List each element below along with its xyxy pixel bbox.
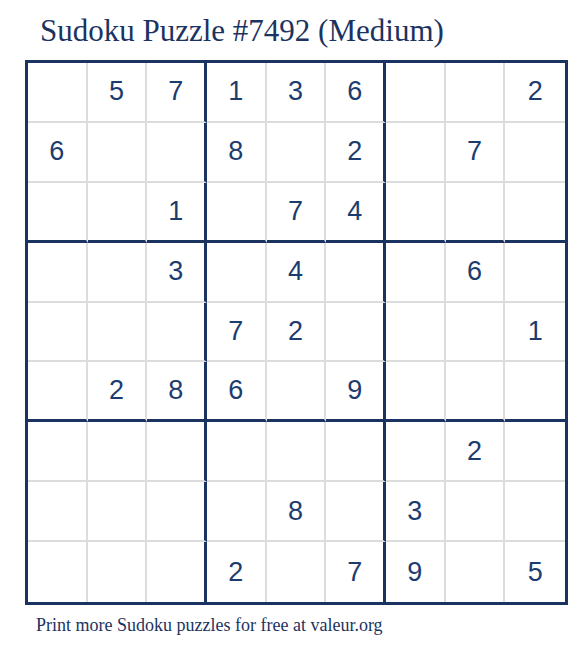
cell-r2c3[interactable] (147, 123, 207, 183)
cell-r6c6[interactable]: 9 (326, 362, 386, 422)
given-digit: 3 (168, 256, 183, 287)
given-digit: 4 (347, 196, 362, 227)
given-digit: 6 (347, 76, 362, 107)
cell-r8c5[interactable]: 8 (267, 482, 327, 542)
given-digit: 7 (347, 557, 362, 588)
sudoku-grid: 571362682717434672128692832795 (25, 60, 568, 605)
cell-r9c9[interactable]: 5 (505, 542, 565, 602)
cell-r5c3[interactable] (147, 303, 207, 363)
cell-r3c4[interactable] (207, 183, 267, 243)
given-digit: 8 (168, 375, 183, 406)
cell-r2c2[interactable] (88, 123, 148, 183)
cell-r8c8[interactable] (446, 482, 506, 542)
cell-r8c6[interactable] (326, 482, 386, 542)
cell-r5c5[interactable]: 2 (267, 303, 327, 363)
cell-r6c7[interactable] (386, 362, 446, 422)
given-digit: 6 (467, 256, 482, 287)
cell-r7c4[interactable] (207, 422, 267, 482)
given-digit: 1 (228, 76, 243, 107)
cell-r4c5[interactable]: 4 (267, 243, 327, 303)
cell-r7c1[interactable] (28, 422, 88, 482)
cell-r2c5[interactable] (267, 123, 327, 183)
cell-r6c9[interactable] (505, 362, 565, 422)
given-digit: 5 (109, 76, 124, 107)
cell-r7c5[interactable] (267, 422, 327, 482)
cell-r9c8[interactable] (446, 542, 506, 602)
given-digit: 2 (347, 136, 362, 167)
cell-r3c9[interactable] (505, 183, 565, 243)
cell-r8c1[interactable] (28, 482, 88, 542)
given-digit: 1 (168, 196, 183, 227)
page-title: Sudoku Puzzle #7492 (Medium) (40, 12, 444, 50)
cell-r8c4[interactable] (207, 482, 267, 542)
cell-r4c4[interactable] (207, 243, 267, 303)
cell-r6c4[interactable]: 6 (207, 362, 267, 422)
given-digit: 6 (49, 136, 64, 167)
cell-r1c1[interactable] (28, 63, 88, 123)
given-digit: 6 (228, 375, 243, 406)
cell-r1c8[interactable] (446, 63, 506, 123)
given-digit: 8 (228, 136, 243, 167)
given-digit: 2 (467, 436, 482, 467)
cell-r1c3[interactable]: 7 (147, 63, 207, 123)
cell-r5c9[interactable]: 1 (505, 303, 565, 363)
cell-r4c3[interactable]: 3 (147, 243, 207, 303)
cell-r5c8[interactable] (446, 303, 506, 363)
cell-r2c8[interactable]: 7 (446, 123, 506, 183)
cell-r2c1[interactable]: 6 (28, 123, 88, 183)
cell-r9c6[interactable]: 7 (326, 542, 386, 602)
given-digit: 2 (528, 76, 543, 107)
cell-r2c4[interactable]: 8 (207, 123, 267, 183)
cell-r1c4[interactable]: 1 (207, 63, 267, 123)
cell-r8c7[interactable]: 3 (386, 482, 446, 542)
cell-r3c8[interactable] (446, 183, 506, 243)
given-digit: 4 (288, 256, 303, 287)
given-digit: 1 (528, 316, 543, 347)
cell-r4c7[interactable] (386, 243, 446, 303)
cell-r9c3[interactable] (147, 542, 207, 602)
cell-r8c3[interactable] (147, 482, 207, 542)
cell-r3c6[interactable]: 4 (326, 183, 386, 243)
given-digit: 2 (109, 375, 124, 406)
cell-r5c1[interactable] (28, 303, 88, 363)
cell-r3c3[interactable]: 1 (147, 183, 207, 243)
cell-r4c9[interactable] (505, 243, 565, 303)
cell-r1c9[interactable]: 2 (505, 63, 565, 123)
given-digit: 7 (288, 196, 303, 227)
cell-r7c2[interactable] (88, 422, 148, 482)
cell-r5c4[interactable]: 7 (207, 303, 267, 363)
cell-r4c2[interactable] (88, 243, 148, 303)
cell-r9c1[interactable] (28, 542, 88, 602)
given-digit: 7 (467, 136, 482, 167)
cell-r6c5[interactable] (267, 362, 327, 422)
cell-r6c3[interactable]: 8 (147, 362, 207, 422)
cell-r8c9[interactable] (505, 482, 565, 542)
cell-r2c9[interactable] (505, 123, 565, 183)
cell-r7c8[interactable]: 2 (446, 422, 506, 482)
given-digit: 3 (288, 76, 303, 107)
cell-r7c3[interactable] (147, 422, 207, 482)
cell-r7c7[interactable] (386, 422, 446, 482)
cell-r9c4[interactable]: 2 (207, 542, 267, 602)
footer-text: Print more Sudoku puzzles for free at va… (36, 613, 383, 637)
cell-r1c2[interactable]: 5 (88, 63, 148, 123)
cell-r7c6[interactable] (326, 422, 386, 482)
cell-r7c9[interactable] (505, 422, 565, 482)
given-digit: 2 (288, 316, 303, 347)
given-digit: 5 (528, 557, 543, 588)
given-digit: 9 (347, 375, 362, 406)
cell-r5c2[interactable] (88, 303, 148, 363)
cell-r9c2[interactable] (88, 542, 148, 602)
cell-r4c8[interactable]: 6 (446, 243, 506, 303)
cell-r1c6[interactable]: 6 (326, 63, 386, 123)
given-digit: 7 (168, 76, 183, 107)
given-digit: 8 (288, 496, 303, 527)
cell-r1c7[interactable] (386, 63, 446, 123)
cell-r2c7[interactable] (386, 123, 446, 183)
cell-r3c1[interactable] (28, 183, 88, 243)
cell-r4c6[interactable] (326, 243, 386, 303)
cell-r5c6[interactable] (326, 303, 386, 363)
given-digit: 2 (228, 557, 243, 588)
cell-r2c6[interactable]: 2 (326, 123, 386, 183)
cell-r5c7[interactable] (386, 303, 446, 363)
cell-r3c5[interactable]: 7 (267, 183, 327, 243)
cell-r3c7[interactable] (386, 183, 446, 243)
given-digit: 9 (407, 557, 422, 588)
cell-r8c2[interactable] (88, 482, 148, 542)
cell-r9c7[interactable]: 9 (386, 542, 446, 602)
cell-r9c5[interactable] (267, 542, 327, 602)
given-digit: 7 (228, 316, 243, 347)
cell-r1c5[interactable]: 3 (267, 63, 327, 123)
cell-r3c2[interactable] (88, 183, 148, 243)
cell-r4c1[interactable] (28, 243, 88, 303)
given-digit: 3 (407, 496, 422, 527)
cell-r6c8[interactable] (446, 362, 506, 422)
cell-r6c2[interactable]: 2 (88, 362, 148, 422)
cell-r6c1[interactable] (28, 362, 88, 422)
